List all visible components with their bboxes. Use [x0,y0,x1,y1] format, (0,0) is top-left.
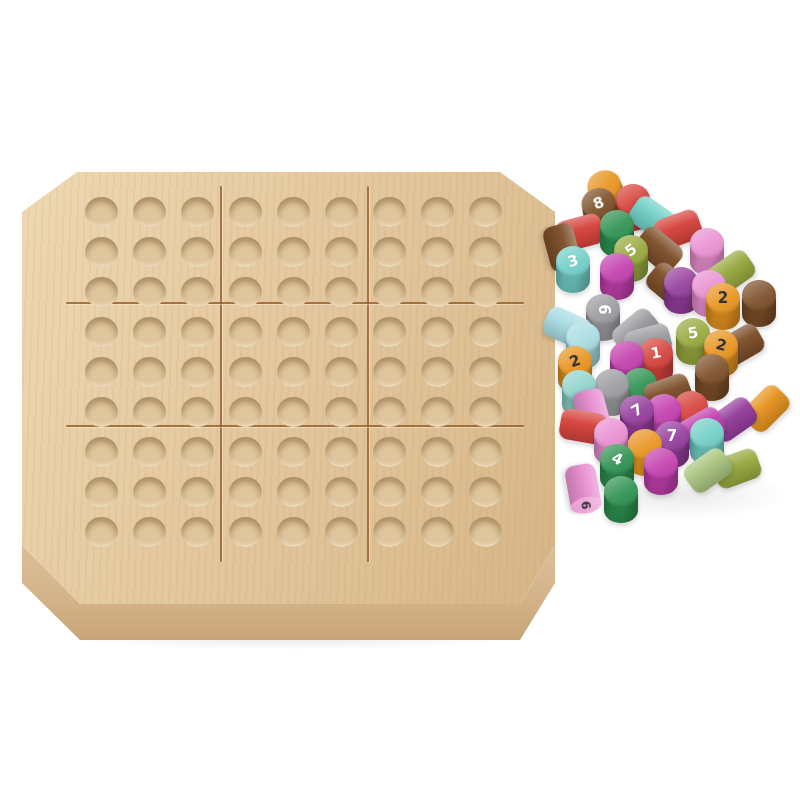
board-hole-r8c1[interactable] [85,477,118,507]
board-hole-r1c5[interactable] [277,197,310,227]
board-hole-r8c7[interactable] [373,477,406,507]
board-hole-r4c2[interactable] [133,317,166,347]
board-hole-r6c1[interactable] [85,397,118,427]
board-hole-r4c9[interactable] [469,317,502,347]
board-hole-r4c8[interactable] [421,317,454,347]
block-divider-vertical-1 [220,186,222,562]
board-hole-r1c7[interactable] [373,197,406,227]
board-hole-r5c7[interactable] [373,357,406,387]
board-hole-r5c8[interactable] [421,357,454,387]
board-hole-r6c6[interactable] [325,397,358,427]
board-hole-r7c2[interactable] [133,437,166,467]
number-peg[interactable] [600,253,634,300]
peg-top-face [644,448,678,479]
board-hole-r5c4[interactable] [229,357,262,387]
peg-number-label: 2 [718,291,728,306]
board-hole-r4c7[interactable] [373,317,406,347]
board-hole-r9c6[interactable] [325,517,358,547]
product-photo-scene: 83532652127746 [0,0,800,800]
board-hole-r9c7[interactable] [373,517,406,547]
board-hole-r5c6[interactable] [325,357,358,387]
board-hole-r8c9[interactable] [469,477,502,507]
board-hole-r3c6[interactable] [325,277,358,307]
peg-top-face [604,476,638,507]
peg-number-label: 7 [667,429,677,444]
peg-top-face [600,253,634,284]
peg-top-face: 2 [706,283,740,314]
board-hole-r3c8[interactable] [421,277,454,307]
board-hole-r8c2[interactable] [133,477,166,507]
board-top-surface [22,172,555,604]
board-hole-r8c5[interactable] [277,477,310,507]
board-hole-r7c8[interactable] [421,437,454,467]
board-hole-r5c5[interactable] [277,357,310,387]
board-hole-r3c7[interactable] [373,277,406,307]
peg-number-label: 2 [568,352,583,370]
board-hole-r9c9[interactable] [469,517,502,547]
board-hole-r1c9[interactable] [469,197,502,227]
board-hole-r3c4[interactable] [229,277,262,307]
board-hole-r3c2[interactable] [133,277,166,307]
board-hole-r5c9[interactable] [469,357,502,387]
board-hole-r5c1[interactable] [85,357,118,387]
board-hole-r9c2[interactable] [133,517,166,547]
board-hole-r2c4[interactable] [229,237,262,267]
peg-number-label: 1 [650,345,663,362]
number-peg[interactable] [644,448,678,495]
peg-top-face [742,280,776,311]
board-hole-r7c3[interactable] [181,437,214,467]
number-peg[interactable] [742,280,776,327]
board-hole-r9c3[interactable] [181,517,214,547]
board-hole-r9c1[interactable] [85,517,118,547]
board-hole-r7c7[interactable] [373,437,406,467]
board-hole-r7c6[interactable] [325,437,358,467]
board-hole-r4c4[interactable] [229,317,262,347]
board-hole-r1c3[interactable] [181,197,214,227]
number-peg-2[interactable]: 2 [706,283,740,330]
peg-number-label: 7 [629,401,646,419]
peg-number-label: 3 [566,252,580,269]
board-hole-r6c7[interactable] [373,397,406,427]
board-hole-r4c6[interactable] [325,317,358,347]
board-hole-r2c1[interactable] [85,237,118,267]
board-hole-r4c1[interactable] [85,317,118,347]
board-hole-r5c3[interactable] [181,357,214,387]
board-hole-r2c5[interactable] [277,237,310,267]
peg-number-label: 6 [579,500,592,510]
board-hole-r7c9[interactable] [469,437,502,467]
board-hole-r1c4[interactable] [229,197,262,227]
board-hole-r1c6[interactable] [325,197,358,227]
board-hole-r8c8[interactable] [421,477,454,507]
board-hole-r5c2[interactable] [133,357,166,387]
board-hole-r4c5[interactable] [277,317,310,347]
peg-top-face [695,354,729,385]
board-hole-r2c9[interactable] [469,237,502,267]
board-hole-r2c2[interactable] [133,237,166,267]
board-hole-r6c5[interactable] [277,397,310,427]
board-hole-r2c7[interactable] [373,237,406,267]
peg-top-face: 4 [600,444,634,475]
board-hole-r8c6[interactable] [325,477,358,507]
board-hole-r3c3[interactable] [181,277,214,307]
board-hole-r6c2[interactable] [133,397,166,427]
board-hole-r3c1[interactable] [85,277,118,307]
board-hole-r2c3[interactable] [181,237,214,267]
board-hole-r7c5[interactable] [277,437,310,467]
board-hole-r1c8[interactable] [421,197,454,227]
board-hole-r6c8[interactable] [421,397,454,427]
board-hole-r6c4[interactable] [229,397,262,427]
board-hole-r2c6[interactable] [325,237,358,267]
block-divider-vertical-2 [367,186,369,562]
board-hole-r4c3[interactable] [181,317,214,347]
board-hole-r3c5[interactable] [277,277,310,307]
peg-number-label: 4 [609,450,625,468]
board-hole-r6c9[interactable] [469,397,502,427]
board-hole-r1c2[interactable] [133,197,166,227]
peg-top-face [690,228,724,259]
peg-number-label: 5 [687,325,700,342]
board-hole-r9c8[interactable] [421,517,454,547]
number-peg-3[interactable]: 3 [556,246,590,293]
peg-top-face: 3 [556,246,590,277]
board-hole-r6c3[interactable] [181,397,214,427]
board-hole-r7c4[interactable] [229,437,262,467]
peg-number-label: 2 [714,336,728,353]
peg-top-face: 6 [586,294,620,325]
board-hole-r2c8[interactable] [421,237,454,267]
board-hole-r7c1[interactable] [85,437,118,467]
peg-number-label: 6 [596,304,611,314]
board-hole-r9c4[interactable] [229,517,262,547]
board-hole-r8c4[interactable] [229,477,262,507]
number-peg[interactable] [604,476,638,523]
board-hole-r3c9[interactable] [469,277,502,307]
board-hole-r9c5[interactable] [277,517,310,547]
peg-top-face [690,418,724,449]
board-hole-r1c1[interactable] [85,197,118,227]
board-hole-r8c3[interactable] [181,477,214,507]
peg-top-face: 1 [639,338,673,369]
